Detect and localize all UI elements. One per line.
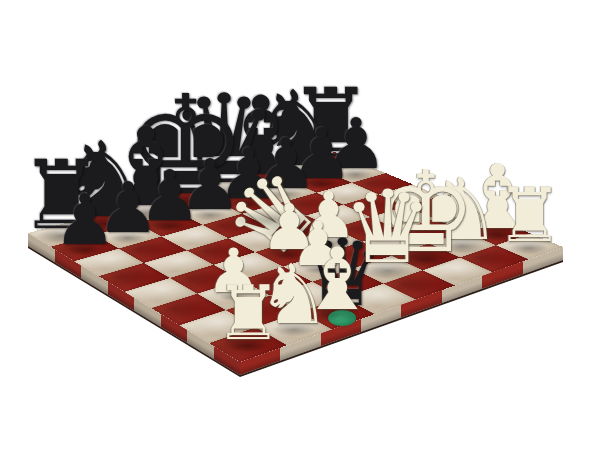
chess-piece-white-rook: ♜ xyxy=(214,277,281,352)
chess-piece-black-pawn: ♟ xyxy=(53,185,116,255)
pieces-layer: ♜♞♝♛♚♝♞♜♟♟♟♟♟♟♟♟♜♝♞♚♛♟♟♟♟♝♞♜♛♛ xyxy=(0,0,600,93)
chess-piece-white-rook: ♜ xyxy=(496,179,563,254)
chess-set-product-photo: ♜♞♝♛♚♝♞♜♟♟♟♟♟♟♟♟♜♝♞♚♛♟♟♟♟♝♞♜♛♛ xyxy=(0,0,600,451)
